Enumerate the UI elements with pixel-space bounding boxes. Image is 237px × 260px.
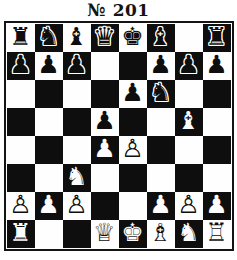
square-d7[interactable] bbox=[91, 52, 119, 80]
piece-black-pawn: ♟ bbox=[9, 52, 31, 79]
piece-black-rook: ♜ bbox=[205, 24, 227, 51]
piece-white-pawn: ♟ bbox=[37, 192, 59, 219]
square-g4[interactable] bbox=[175, 136, 203, 164]
piece-black-pawn: ♟ bbox=[37, 52, 59, 79]
square-g6[interactable] bbox=[175, 80, 203, 108]
puzzle-diagram: № 201 ♜♞♝♛♚♝♜♟♟♟♟♟♟♟♞♟♝♟♙♞♙♟♙♟♙♟♜♕♚♗♞♖ bbox=[0, 0, 237, 260]
square-e4[interactable]: ♙ bbox=[119, 136, 147, 164]
piece-white-knight: ♞ bbox=[65, 164, 87, 191]
square-b2[interactable]: ♟ bbox=[35, 192, 63, 220]
square-g5[interactable]: ♝ bbox=[175, 108, 203, 136]
piece-black-knight: ♞ bbox=[37, 24, 59, 51]
square-h8[interactable]: ♜ bbox=[203, 24, 231, 52]
piece-black-pawn: ♟ bbox=[65, 52, 87, 79]
square-h7[interactable]: ♟ bbox=[203, 52, 231, 80]
piece-white-pawn: ♙ bbox=[9, 192, 31, 219]
square-e2[interactable] bbox=[119, 192, 147, 220]
square-f1[interactable]: ♗ bbox=[147, 220, 175, 248]
square-a5[interactable] bbox=[7, 108, 35, 136]
square-c7[interactable]: ♟ bbox=[63, 52, 91, 80]
square-a2[interactable]: ♙ bbox=[7, 192, 35, 220]
piece-black-bishop: ♝ bbox=[149, 24, 171, 51]
square-a4[interactable] bbox=[7, 136, 35, 164]
square-e6[interactable]: ♟ bbox=[119, 80, 147, 108]
square-h5[interactable] bbox=[203, 108, 231, 136]
square-a6[interactable] bbox=[7, 80, 35, 108]
chess-board: ♜♞♝♛♚♝♜♟♟♟♟♟♟♟♞♟♝♟♙♞♙♟♙♟♙♟♜♕♚♗♞♖ bbox=[7, 24, 231, 248]
square-c1[interactable] bbox=[63, 220, 91, 248]
square-f2[interactable]: ♟ bbox=[147, 192, 175, 220]
square-g1[interactable]: ♞ bbox=[175, 220, 203, 248]
square-d1[interactable]: ♕ bbox=[91, 220, 119, 248]
square-c2[interactable]: ♙ bbox=[63, 192, 91, 220]
piece-white-pawn: ♟ bbox=[93, 136, 115, 163]
piece-black-pawn: ♟ bbox=[121, 80, 143, 107]
square-e8[interactable]: ♚ bbox=[119, 24, 147, 52]
piece-white-rook: ♖ bbox=[205, 220, 227, 247]
square-b4[interactable] bbox=[35, 136, 63, 164]
piece-white-king: ♚ bbox=[121, 220, 143, 247]
square-f7[interactable]: ♟ bbox=[147, 52, 175, 80]
piece-black-king: ♚ bbox=[121, 24, 143, 51]
square-b3[interactable] bbox=[35, 164, 63, 192]
square-d5[interactable]: ♟ bbox=[91, 108, 119, 136]
square-a8[interactable]: ♜ bbox=[7, 24, 35, 52]
piece-black-bishop: ♝ bbox=[65, 24, 87, 51]
piece-white-pawn: ♙ bbox=[121, 136, 143, 163]
square-h3[interactable] bbox=[203, 164, 231, 192]
piece-white-pawn: ♙ bbox=[177, 192, 199, 219]
square-g7[interactable]: ♟ bbox=[175, 52, 203, 80]
square-h1[interactable]: ♖ bbox=[203, 220, 231, 248]
piece-white-rook: ♜ bbox=[9, 220, 31, 247]
square-e3[interactable] bbox=[119, 164, 147, 192]
square-d3[interactable] bbox=[91, 164, 119, 192]
square-b1[interactable] bbox=[35, 220, 63, 248]
square-c3[interactable]: ♞ bbox=[63, 164, 91, 192]
piece-black-pawn: ♟ bbox=[93, 108, 115, 135]
square-d2[interactable] bbox=[91, 192, 119, 220]
square-a1[interactable]: ♜ bbox=[7, 220, 35, 248]
square-g3[interactable] bbox=[175, 164, 203, 192]
square-a7[interactable]: ♟ bbox=[7, 52, 35, 80]
square-b8[interactable]: ♞ bbox=[35, 24, 63, 52]
square-b5[interactable] bbox=[35, 108, 63, 136]
square-g2[interactable]: ♙ bbox=[175, 192, 203, 220]
square-h2[interactable]: ♟ bbox=[203, 192, 231, 220]
piece-black-pawn: ♟ bbox=[177, 52, 199, 79]
piece-white-pawn: ♙ bbox=[65, 192, 87, 219]
piece-black-queen: ♛ bbox=[93, 24, 115, 51]
square-f5[interactable] bbox=[147, 108, 175, 136]
square-g8[interactable] bbox=[175, 24, 203, 52]
square-e7[interactable] bbox=[119, 52, 147, 80]
square-h6[interactable] bbox=[203, 80, 231, 108]
puzzle-number-title: № 201 bbox=[87, 0, 149, 21]
piece-black-pawn: ♟ bbox=[205, 52, 227, 79]
piece-white-bishop: ♝ bbox=[177, 108, 199, 135]
square-b6[interactable] bbox=[35, 80, 63, 108]
square-f4[interactable] bbox=[147, 136, 175, 164]
square-c4[interactable] bbox=[63, 136, 91, 164]
square-e1[interactable]: ♚ bbox=[119, 220, 147, 248]
square-c6[interactable] bbox=[63, 80, 91, 108]
piece-white-knight: ♞ bbox=[177, 220, 199, 247]
square-d4[interactable]: ♟ bbox=[91, 136, 119, 164]
square-h4[interactable] bbox=[203, 136, 231, 164]
square-d6[interactable] bbox=[91, 80, 119, 108]
piece-white-pawn: ♟ bbox=[205, 192, 227, 219]
board-frame: ♜♞♝♛♚♝♜♟♟♟♟♟♟♟♞♟♝♟♙♞♙♟♙♟♙♟♜♕♚♗♞♖ bbox=[4, 21, 234, 251]
square-d8[interactable]: ♛ bbox=[91, 24, 119, 52]
square-c8[interactable]: ♝ bbox=[63, 24, 91, 52]
piece-white-bishop: ♗ bbox=[149, 220, 171, 247]
square-b7[interactable]: ♟ bbox=[35, 52, 63, 80]
piece-white-pawn: ♟ bbox=[149, 192, 171, 219]
piece-black-rook: ♜ bbox=[9, 24, 31, 51]
square-a3[interactable] bbox=[7, 164, 35, 192]
piece-black-knight: ♞ bbox=[149, 80, 171, 107]
square-e5[interactable] bbox=[119, 108, 147, 136]
square-c5[interactable] bbox=[63, 108, 91, 136]
piece-white-queen: ♕ bbox=[93, 220, 115, 247]
square-f6[interactable]: ♞ bbox=[147, 80, 175, 108]
square-f3[interactable] bbox=[147, 164, 175, 192]
piece-black-pawn: ♟ bbox=[149, 52, 171, 79]
square-f8[interactable]: ♝ bbox=[147, 24, 175, 52]
